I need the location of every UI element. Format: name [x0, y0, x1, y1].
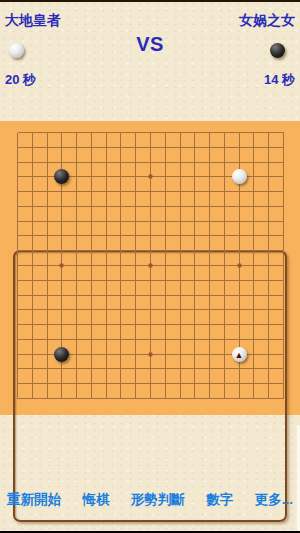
- toolbar: 重新開始 悔棋 形勢判斷 數字 更多...: [0, 488, 300, 512]
- vs-label: VS: [0, 33, 300, 56]
- black-stone: [54, 347, 69, 362]
- restart-button[interactable]: 重新開始: [7, 489, 61, 511]
- player-white-name: 大地皇者: [5, 12, 61, 30]
- player-black-timer: 14 秒: [264, 71, 295, 89]
- scroll-indicator: [297, 425, 300, 531]
- estimate-button[interactable]: 形勢判斷: [131, 489, 185, 511]
- last-move-marker-icon: ▲: [235, 350, 244, 359]
- black-stone: [54, 169, 69, 184]
- go-board[interactable]: ▲: [17, 132, 284, 399]
- black-stone-icon: [270, 43, 285, 58]
- top-border-line: [0, 0, 300, 2]
- more-button[interactable]: 更多...: [255, 489, 293, 511]
- move-numbers-button[interactable]: 數字: [206, 489, 233, 511]
- white-stone: [232, 169, 247, 184]
- app-screen: 大地皇者 女娲之女 VS 20 秒 14 秒 ▲ 重新開始 悔棋 形勢判斷 數字…: [0, 0, 300, 533]
- player-black-name: 女娲之女: [239, 12, 295, 30]
- undo-button[interactable]: 悔棋: [82, 489, 109, 511]
- player-white-timer: 20 秒: [5, 71, 36, 89]
- white-stone-icon: [9, 43, 24, 58]
- white-stone-last-move: ▲: [232, 347, 247, 362]
